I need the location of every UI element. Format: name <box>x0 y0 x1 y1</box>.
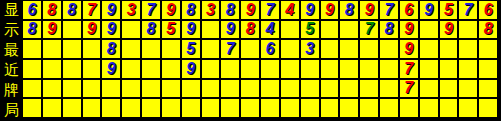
sidebar-title-vertical: 显示最近牌局 <box>0 0 23 121</box>
cell-r4c6-empty <box>122 60 142 80</box>
cell-r5c13-empty <box>261 80 281 100</box>
cell-r5c8-empty <box>162 80 182 100</box>
cell-r5c22-empty <box>440 80 460 100</box>
cell-r5c16-empty <box>321 80 341 100</box>
cell-r6c2-empty <box>43 99 63 119</box>
cell-r3c18-empty <box>360 40 380 60</box>
cell-r2c4-digit: 9 <box>83 21 103 41</box>
cell-r1c17-digit: 8 <box>340 1 360 21</box>
cell-r1c13-digit: 7 <box>261 1 281 21</box>
cell-r3c10-empty <box>202 40 222 60</box>
cell-r3c20-digit: 9 <box>400 40 420 60</box>
cell-r1c24-digit: 6 <box>479 1 499 21</box>
cell-r4c23-empty <box>459 60 479 80</box>
cell-r1c15-digit: 9 <box>301 1 321 21</box>
cell-r2c18-digit: 7 <box>360 21 380 41</box>
cell-r6c22-empty <box>440 99 460 119</box>
cell-r6c9-empty <box>182 99 202 119</box>
cell-r4c24-empty <box>479 60 499 80</box>
cell-r1c10-digit: 3 <box>202 1 222 21</box>
cell-r2c13-digit: 4 <box>261 21 281 41</box>
cell-r3c6-empty <box>122 40 142 60</box>
cell-r3c15-digit: 3 <box>301 40 321 60</box>
cell-r4c11-empty <box>221 60 241 80</box>
cell-r5c23-empty <box>459 80 479 100</box>
cell-r3c3-empty <box>63 40 83 60</box>
cell-r4c2-empty <box>43 60 63 80</box>
cell-r2c2-digit: 9 <box>43 21 63 41</box>
cell-r3c8-empty <box>162 40 182 60</box>
cell-r2c9-digit: 9 <box>182 21 202 41</box>
cell-r1c19-digit: 7 <box>380 1 400 21</box>
cell-r5c15-empty <box>301 80 321 100</box>
cell-r6c17-empty <box>340 99 360 119</box>
cell-r2c14-empty <box>281 21 301 41</box>
cell-r6c4-empty <box>83 99 103 119</box>
cell-r2c7-digit: 8 <box>142 21 162 41</box>
cell-r3c16-empty <box>321 40 341 60</box>
cell-r6c21-empty <box>420 99 440 119</box>
cell-r4c13-empty <box>261 60 281 80</box>
cell-r1c20-digit: 6 <box>400 1 420 21</box>
cell-r4c15-empty <box>301 60 321 80</box>
cell-r4c14-empty <box>281 60 301 80</box>
cell-r3c4-empty <box>83 40 103 60</box>
cell-r4c19-empty <box>380 60 400 80</box>
cell-r1c2-digit: 8 <box>43 1 63 21</box>
cell-r5c24-empty <box>479 80 499 100</box>
cell-r3c5-digit: 8 <box>102 40 122 60</box>
cell-r1c23-digit: 7 <box>459 1 479 21</box>
cell-r3c21-empty <box>420 40 440 60</box>
cell-r3c17-empty <box>340 40 360 60</box>
cell-r4c9-digit: 9 <box>182 60 202 80</box>
cell-r4c10-empty <box>202 60 222 80</box>
cell-r6c24-empty <box>479 99 499 119</box>
cell-r5c10-empty <box>202 80 222 100</box>
cell-r3c7-empty <box>142 40 162 60</box>
cell-r2c10-empty <box>202 21 222 41</box>
cell-r2c12-digit: 8 <box>241 21 261 41</box>
cell-r4c4-empty <box>83 60 103 80</box>
cell-r1c8-digit: 9 <box>162 1 182 21</box>
cell-r5c12-empty <box>241 80 261 100</box>
cell-r6c5-empty <box>102 99 122 119</box>
cell-r4c12-empty <box>241 60 261 80</box>
cell-r6c16-empty <box>321 99 341 119</box>
cell-r2c1-digit: 8 <box>23 21 43 41</box>
cell-r2c3-empty <box>63 21 83 41</box>
cell-r2c11-digit: 9 <box>221 21 241 41</box>
cell-r2c6-empty <box>122 21 142 41</box>
cell-r3c24-empty <box>479 40 499 60</box>
cell-r3c19-empty <box>380 40 400 60</box>
cell-r5c17-empty <box>340 80 360 100</box>
cell-r2c15-digit: 5 <box>301 21 321 41</box>
cell-r3c23-empty <box>459 40 479 60</box>
cell-r2c16-empty <box>321 21 341 41</box>
cell-r3c14-empty <box>281 40 301 60</box>
cell-r5c6-empty <box>122 80 142 100</box>
cell-r6c7-empty <box>142 99 162 119</box>
cell-r4c8-empty <box>162 60 182 80</box>
cell-r1c1-digit: 6 <box>23 1 43 21</box>
cell-r1c18-digit: 9 <box>360 1 380 21</box>
cell-r1c9-digit: 8 <box>182 1 202 21</box>
sidebar-char-3: 最 <box>0 40 23 60</box>
cell-r6c6-empty <box>122 99 142 119</box>
sidebar-char-6: 局 <box>0 101 23 121</box>
cell-r5c11-empty <box>221 80 241 100</box>
cell-r4c17-empty <box>340 60 360 80</box>
cell-r4c21-empty <box>420 60 440 80</box>
sidebar-char-5: 牌 <box>0 81 23 101</box>
cell-r4c16-empty <box>321 60 341 80</box>
recent-rounds-panel: 显示最近牌局 688793798389749989769576899985998… <box>0 0 501 121</box>
cell-r6c3-empty <box>63 99 83 119</box>
cell-r1c11-digit: 8 <box>221 1 241 21</box>
cell-r6c1-empty <box>23 99 43 119</box>
cell-r1c7-digit: 7 <box>142 1 162 21</box>
cell-r1c3-digit: 8 <box>63 1 83 21</box>
cell-r5c2-empty <box>43 80 63 100</box>
cell-r6c20-empty <box>400 99 420 119</box>
cell-r6c18-empty <box>360 99 380 119</box>
cell-r4c18-empty <box>360 60 380 80</box>
cell-r6c15-empty <box>301 99 321 119</box>
cell-r4c20-digit: 7 <box>400 60 420 80</box>
cell-r1c4-digit: 7 <box>83 1 103 21</box>
cell-r6c11-empty <box>221 99 241 119</box>
cell-r4c1-empty <box>23 60 43 80</box>
cell-r1c22-digit: 5 <box>440 1 460 21</box>
cell-r2c24-digit: 8 <box>479 21 499 41</box>
cell-r1c12-digit: 9 <box>241 1 261 21</box>
cell-r3c13-digit: 6 <box>261 40 281 60</box>
cell-r4c3-empty <box>63 60 83 80</box>
cell-r2c22-digit: 9 <box>440 21 460 41</box>
cell-r2c8-digit: 5 <box>162 21 182 41</box>
sidebar-char-4: 近 <box>0 61 23 81</box>
cell-r5c1-empty <box>23 80 43 100</box>
cell-r5c3-empty <box>63 80 83 100</box>
cell-r4c5-digit: 9 <box>102 60 122 80</box>
cell-r2c17-empty <box>340 21 360 41</box>
cell-r3c11-digit: 7 <box>221 40 241 60</box>
cell-r5c19-empty <box>380 80 400 100</box>
sidebar-char-1: 显 <box>0 0 23 20</box>
cell-r5c5-empty <box>102 80 122 100</box>
cell-r3c12-empty <box>241 40 261 60</box>
cell-r3c22-empty <box>440 40 460 60</box>
cell-r4c7-empty <box>142 60 162 80</box>
cell-r6c13-empty <box>261 99 281 119</box>
cell-r5c21-empty <box>420 80 440 100</box>
cell-r2c21-empty <box>420 21 440 41</box>
sidebar-char-2: 示 <box>0 20 23 40</box>
board-grid: 6887937983897499897695768999859984578998… <box>23 0 501 121</box>
cell-r6c14-empty <box>281 99 301 119</box>
cell-r5c20-digit: 7 <box>400 80 420 100</box>
cell-r1c16-digit: 9 <box>321 1 341 21</box>
cell-r6c12-empty <box>241 99 261 119</box>
cell-r2c19-digit: 8 <box>380 21 400 41</box>
cell-r6c19-empty <box>380 99 400 119</box>
cell-r2c23-empty <box>459 21 479 41</box>
cell-r3c1-empty <box>23 40 43 60</box>
cell-r5c7-empty <box>142 80 162 100</box>
cell-r3c2-empty <box>43 40 63 60</box>
cell-r6c23-empty <box>459 99 479 119</box>
cell-r2c20-digit: 9 <box>400 21 420 41</box>
cell-r5c18-empty <box>360 80 380 100</box>
cell-r1c6-digit: 3 <box>122 1 142 21</box>
cell-r5c9-empty <box>182 80 202 100</box>
cell-r3c9-digit: 5 <box>182 40 202 60</box>
cell-r1c21-digit: 9 <box>420 1 440 21</box>
cell-r6c10-empty <box>202 99 222 119</box>
cell-r4c22-empty <box>440 60 460 80</box>
cell-r5c4-empty <box>83 80 103 100</box>
cell-r6c8-empty <box>162 99 182 119</box>
cell-r1c14-digit: 4 <box>281 1 301 21</box>
cell-r1c5-digit: 9 <box>102 1 122 21</box>
cell-r5c14-empty <box>281 80 301 100</box>
cell-r2c5-digit: 9 <box>102 21 122 41</box>
